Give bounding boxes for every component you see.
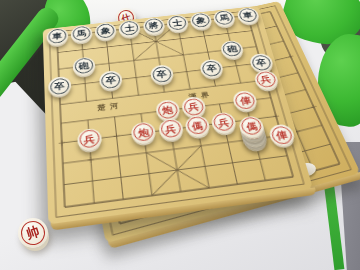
- piece-glyph: 馬: [72, 26, 91, 42]
- piece-glyph: 俥: [234, 91, 257, 109]
- piece-glyph: 車: [48, 28, 66, 44]
- piece-glyph: 俥: [269, 125, 293, 145]
- piece-glyph: 馬: [214, 10, 234, 25]
- piece-glyph: 象: [191, 13, 211, 28]
- piece-glyph: 車: [237, 8, 258, 23]
- piece-glyph: 士: [167, 15, 187, 30]
- piece-glyph: 砲: [74, 57, 93, 74]
- piece-glyph: 兵: [183, 98, 205, 117]
- piece-glyph: 兵: [79, 129, 100, 149]
- piece-glyph: 砲: [222, 41, 243, 57]
- piece-glyph: 將: [144, 18, 163, 33]
- piece-glyph: 炮: [157, 101, 179, 120]
- piece-glyph: 卒: [151, 66, 172, 83]
- piece-glyph: 兵: [255, 71, 277, 88]
- piece-glyph: 士: [120, 20, 139, 35]
- piece-glyph: 傌: [240, 117, 263, 136]
- piece-glyph: 卒: [250, 54, 272, 71]
- piece-glyph: 象: [96, 23, 115, 39]
- piece-glyph: 卒: [201, 60, 222, 77]
- piece-glyph: 卒: [50, 77, 69, 95]
- piece-glyph: 兵: [159, 119, 181, 139]
- piece-glyph: 傌: [186, 116, 209, 135]
- photo-stage: 仕 楚河 漢界 車馬象士將士象馬車砲砲卒卒卒卒卒兵炮兵俥兵炮兵傌兵俥相傌 帅: [0, 0, 360, 270]
- piece-glyph: 炮: [133, 123, 155, 143]
- piece-glyph: 卒: [101, 71, 121, 89]
- piece-glyph: 帅: [18, 217, 48, 247]
- piece-glyph: 兵: [212, 113, 235, 132]
- captured-red-general-piece[interactable]: 帅: [18, 218, 48, 248]
